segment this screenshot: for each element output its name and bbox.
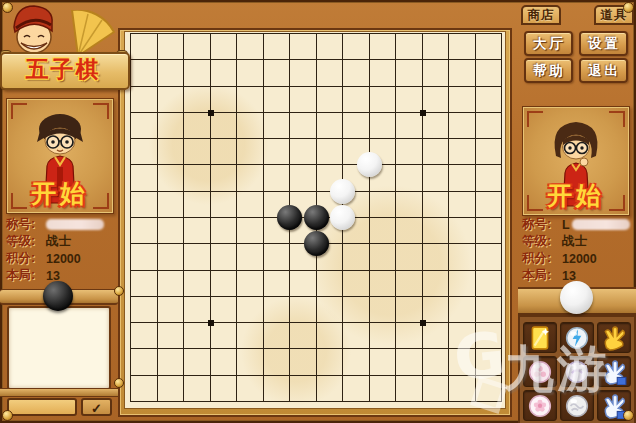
board-frame <box>118 28 512 417</box>
logo-title: 五子棋 <box>0 54 126 85</box>
grid-line <box>501 33 502 402</box>
stat-row-title: 称号: <box>6 216 114 233</box>
black-stone <box>277 205 302 230</box>
corner-rivet-icon <box>623 410 634 421</box>
left-start-button[interactable]: 开始 <box>7 177 113 210</box>
chat-confirm-button[interactable]: ✓ <box>81 398 112 416</box>
corner-rivet-icon <box>2 2 13 13</box>
stat-row-title: 称号: L <box>522 216 630 233</box>
black-stone <box>304 205 329 230</box>
game-window: 五子棋 开始 <box>0 0 636 423</box>
white-stone <box>357 152 382 177</box>
board-grid[interactable] <box>130 33 502 402</box>
grid-line <box>130 270 502 271</box>
game-logo: 五子棋 <box>0 0 128 94</box>
item-silver-orb-icon[interactable] <box>560 390 594 421</box>
corner-ornament <box>609 111 625 127</box>
stat-row-score: 积分: 12000 <box>6 250 114 267</box>
item-gold-card-icon[interactable] <box>523 322 557 353</box>
corner-ornament <box>527 111 543 127</box>
bottom-divider <box>0 388 118 397</box>
censored-name <box>46 219 104 230</box>
settings-button[interactable]: 设置 <box>579 31 628 56</box>
stat-row-score: 积分: 12000 <box>522 250 630 267</box>
chat-message-panel <box>7 306 111 390</box>
black-stone-indicator <box>43 281 73 311</box>
tab-shop[interactable]: 商店 <box>521 5 561 25</box>
frame-knob-icon <box>114 286 124 296</box>
right-start-button[interactable]: 开始 <box>523 179 629 212</box>
mascot-icon <box>6 0 68 60</box>
grid-line <box>395 33 396 402</box>
item-flower-orb-icon[interactable] <box>523 390 557 421</box>
white-stone <box>330 179 355 204</box>
item-pink-orb-icon[interactable] <box>523 356 557 387</box>
right-player-stats: 称号: L 等级: 战士 积分: 12000 本局: 13 <box>522 216 630 284</box>
star-point <box>420 320 426 326</box>
white-stone-indicator <box>560 281 593 314</box>
star-point <box>208 320 214 326</box>
board <box>124 31 506 409</box>
right-avatar-panel: 开始 <box>522 106 630 216</box>
grid-line <box>130 348 502 349</box>
grid-line <box>422 33 423 402</box>
stat-row-rank: 等级: 战士 <box>522 233 630 250</box>
white-stone <box>330 205 355 230</box>
item-gold-hand-icon[interactable] <box>597 322 631 353</box>
censored-name <box>572 219 630 230</box>
stat-row-rank: 等级: 战士 <box>6 233 114 250</box>
corner-rivet-icon <box>2 410 13 421</box>
item-blue-hand-icon[interactable] <box>597 356 631 387</box>
star-point <box>420 110 426 116</box>
grid-line <box>130 401 502 402</box>
grid-line <box>448 33 449 402</box>
corner-rivet-icon <box>623 2 634 13</box>
star-point <box>208 110 214 116</box>
grid-line <box>130 296 502 297</box>
grid-line <box>130 322 502 323</box>
item-pearl-orb-icon[interactable] <box>560 356 594 387</box>
grid-line <box>475 33 476 402</box>
item-crystal-orb-icon[interactable] <box>560 322 594 353</box>
corner-ornament <box>11 103 27 119</box>
frame-knob-icon <box>114 378 124 388</box>
black-stone <box>304 231 329 256</box>
lobby-button[interactable]: 大厅 <box>524 31 573 56</box>
grid-line <box>369 33 370 402</box>
left-sidebar: 五子棋 开始 <box>0 0 118 423</box>
left-player-stats: 称号: 等级: 战士 积分: 12000 本局: 13 <box>6 216 114 284</box>
item-grid <box>518 315 636 423</box>
exit-button[interactable]: 退出 <box>579 58 628 83</box>
right-sidebar: 大厅 设置 帮助 退出 开始 <box>518 0 636 423</box>
grid-line <box>130 375 502 376</box>
left-avatar-panel: 开始 <box>6 98 114 214</box>
corner-ornament <box>93 103 109 119</box>
help-button[interactable]: 帮助 <box>524 58 573 83</box>
chat-input[interactable] <box>7 398 77 416</box>
